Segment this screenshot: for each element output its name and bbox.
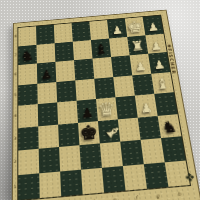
piece-wP-g6: ♟ [134, 61, 147, 73]
file-label-c: c [60, 199, 82, 200]
piece-wB-h5: ♝ [155, 77, 171, 92]
square-f8: ♟ [107, 19, 127, 39]
square-b3 [38, 124, 59, 149]
rank-label-2: 2 [13, 150, 17, 174]
square-e5 [94, 77, 115, 99]
square-f5 [113, 75, 135, 97]
rank-label-5: 5 [13, 84, 17, 105]
square-h4 [154, 92, 177, 115]
piece-bP-b6: ♟ [41, 69, 53, 81]
photo-background: 87654321 ♟♚♟♞♝♜♟♟♟♟♝♟♛♟♚♝♞ abcdefgh ◉FIS… [0, 0, 200, 200]
square-c7 [55, 41, 74, 62]
piece-wQ-e4: ♛ [97, 99, 116, 119]
piece-bN-h3: ♞ [161, 119, 178, 136]
piece-wK-g8: ♚ [126, 18, 144, 35]
rank-label-8: 8 [14, 27, 18, 45]
piece-bP-d4: ♟ [81, 107, 94, 121]
square-a7: ♞ [18, 44, 37, 65]
square-h3: ♞ [158, 114, 182, 138]
square-d6 [74, 59, 94, 80]
square-d8 [72, 22, 91, 42]
square-f6 [111, 55, 132, 76]
square-c6 [55, 60, 75, 81]
square-e6 [93, 57, 114, 78]
square-e2 [100, 142, 123, 168]
piece-bB-e7: ♝ [94, 43, 108, 57]
square-h2 [161, 136, 186, 162]
square-e8 [89, 20, 109, 40]
square-b8 [36, 25, 55, 45]
square-b5 [37, 82, 57, 104]
square-g8: ♚ [125, 17, 145, 37]
square-h5: ♝ [151, 72, 174, 94]
piece-wP-f8: ♟ [111, 25, 123, 36]
square-e3: ♝ [98, 119, 120, 143]
square-d3: ♚ [78, 121, 100, 146]
rank-label-4: 4 [13, 105, 17, 127]
square-c8 [54, 23, 73, 43]
square-h7: ♟ [145, 33, 166, 53]
square-c3 [58, 122, 79, 147]
square-c4 [57, 101, 78, 124]
file-label-f: f [125, 193, 148, 200]
square-h6: ♟ [148, 52, 170, 73]
square-c2 [59, 145, 81, 171]
rank-label-1: 1 [13, 174, 17, 200]
square-d5 [75, 78, 96, 100]
square-a6 [18, 63, 37, 85]
square-b7 [36, 43, 55, 64]
square-d7 [73, 40, 93, 60]
rank-labels: 87654321 [13, 27, 18, 199]
square-h8: ♟ [143, 15, 164, 35]
rank-label-6: 6 [14, 64, 18, 84]
square-e4: ♛ [96, 97, 118, 120]
piece-bN-a7: ♞ [21, 49, 34, 63]
piece-wP-h6: ♟ [153, 59, 166, 71]
square-f7 [109, 37, 130, 57]
square-c5 [56, 80, 76, 102]
file-label-h: h [168, 189, 191, 200]
square-a5 [18, 83, 37, 105]
square-a2 [18, 149, 39, 175]
file-label-d: d [82, 197, 104, 200]
square-a4 [18, 104, 38, 128]
rank-label-3: 3 [13, 127, 17, 150]
piece-wP-h8: ♟ [147, 22, 160, 33]
square-b2 [39, 147, 60, 173]
piece-wP-g4: ♟ [140, 101, 154, 115]
chess-board: 87654321 ♟♚♟♞♝♜♟♟♟♟♝♟♛♟♚♝♞ abcdefgh ◉FIS… [12, 10, 200, 200]
corner-emblem-icon: ❖ [183, 170, 196, 185]
piece-wR-g7: ♜ [130, 39, 145, 53]
square-b4 [38, 102, 58, 125]
square-c1 [60, 169, 83, 196]
file-label-g: g [146, 191, 169, 200]
square-d4: ♟ [77, 99, 98, 122]
square-d2 [79, 143, 101, 169]
piece-bK-d3: ♚ [79, 122, 99, 143]
file-label-e: e [103, 195, 126, 200]
square-a1 [18, 173, 39, 200]
square-e7: ♝ [91, 38, 111, 58]
square-a3 [18, 126, 38, 151]
square-e1 [102, 165, 126, 192]
square-b1 [39, 171, 61, 198]
piece-wP-h7: ♟ [150, 40, 163, 52]
square-d1 [81, 167, 104, 194]
square-a8 [18, 26, 36, 46]
square-b6: ♟ [37, 62, 56, 83]
rank-label-7: 7 [14, 45, 18, 64]
